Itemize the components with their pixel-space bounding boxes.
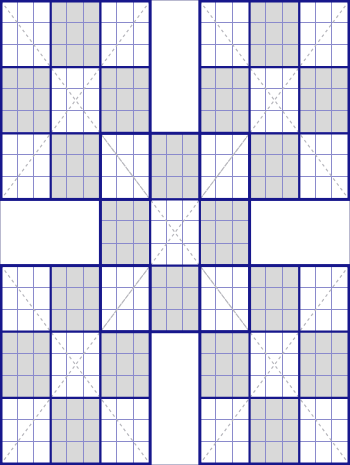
cell-r20c19[interactable] — [316, 442, 333, 464]
cell-r16c5[interactable] — [84, 354, 101, 376]
cell-r14c7[interactable] — [117, 310, 134, 332]
cell-r9c7[interactable] — [117, 199, 134, 221]
cell-r13c8[interactable] — [134, 288, 151, 310]
cell-r12c4[interactable] — [67, 266, 84, 288]
cell-r6c0[interactable] — [1, 133, 18, 155]
cell-r4c2[interactable] — [34, 89, 51, 111]
cell-r15c6[interactable] — [100, 332, 117, 354]
cell-r15c8[interactable] — [134, 332, 151, 354]
cell-r4c20[interactable] — [332, 89, 349, 111]
cell-r18c18[interactable] — [299, 398, 316, 420]
cell-r19c4[interactable] — [67, 420, 84, 442]
cell-r12c10[interactable] — [167, 266, 184, 288]
cell-r7c1[interactable] — [18, 155, 35, 177]
cell-r5c15[interactable] — [250, 111, 267, 133]
cell-r15c5[interactable] — [84, 332, 101, 354]
cell-r20c16[interactable] — [266, 442, 283, 464]
cell-r20c5[interactable] — [84, 442, 101, 464]
cell-r0c3[interactable] — [51, 1, 68, 23]
cell-r2c3[interactable] — [51, 45, 68, 67]
cell-r12c19[interactable] — [316, 266, 333, 288]
cell-r12c7[interactable] — [117, 266, 134, 288]
cell-r5c16[interactable] — [266, 111, 283, 133]
cell-r7c2[interactable] — [34, 155, 51, 177]
cell-r4c15[interactable] — [250, 89, 267, 111]
cell-r17c18[interactable] — [299, 376, 316, 398]
cell-r2c12[interactable] — [200, 45, 217, 67]
cell-r2c13[interactable] — [216, 45, 233, 67]
cell-r3c15[interactable] — [250, 67, 267, 89]
cell-r13c0[interactable] — [1, 288, 18, 310]
cell-r3c4[interactable] — [67, 67, 84, 89]
cell-r2c1[interactable] — [18, 45, 35, 67]
cell-r7c17[interactable] — [283, 155, 300, 177]
cell-r5c17[interactable] — [283, 111, 300, 133]
cell-r20c2[interactable] — [34, 442, 51, 464]
cell-r5c7[interactable] — [117, 111, 134, 133]
cell-r19c1[interactable] — [18, 420, 35, 442]
cell-r19c20[interactable] — [332, 420, 349, 442]
cell-r16c14[interactable] — [233, 354, 250, 376]
cell-r15c7[interactable] — [117, 332, 134, 354]
cell-r0c0[interactable] — [1, 1, 18, 23]
cell-r5c8[interactable] — [134, 111, 151, 133]
cell-r5c20[interactable] — [332, 111, 349, 133]
cell-r18c12[interactable] — [200, 398, 217, 420]
cell-r19c6[interactable] — [100, 420, 117, 442]
cell-r13c19[interactable] — [316, 288, 333, 310]
cell-r1c2[interactable] — [34, 23, 51, 45]
cell-r0c13[interactable] — [216, 1, 233, 23]
cell-r9c6[interactable] — [100, 199, 117, 221]
cell-r20c15[interactable] — [250, 442, 267, 464]
cell-r13c18[interactable] — [299, 288, 316, 310]
cell-r8c12[interactable] — [200, 177, 217, 199]
cell-r14c15[interactable] — [250, 310, 267, 332]
cell-r6c18[interactable] — [299, 133, 316, 155]
cell-r4c4[interactable] — [67, 89, 84, 111]
cell-r18c17[interactable] — [283, 398, 300, 420]
cell-r17c1[interactable] — [18, 376, 35, 398]
cell-r10c10[interactable] — [167, 221, 184, 243]
cell-r5c4[interactable] — [67, 111, 84, 133]
cell-r16c13[interactable] — [216, 354, 233, 376]
cell-r20c12[interactable] — [200, 442, 217, 464]
cell-r14c5[interactable] — [84, 310, 101, 332]
cell-r0c19[interactable] — [316, 1, 333, 23]
cell-r2c16[interactable] — [266, 45, 283, 67]
cell-r4c6[interactable] — [100, 89, 117, 111]
cell-r16c19[interactable] — [316, 354, 333, 376]
cell-r8c19[interactable] — [316, 177, 333, 199]
cell-r14c8[interactable] — [134, 310, 151, 332]
cell-r8c16[interactable] — [266, 177, 283, 199]
cell-r13c13[interactable] — [216, 288, 233, 310]
cell-r8c13[interactable] — [216, 177, 233, 199]
cell-r18c2[interactable] — [34, 398, 51, 420]
cell-r17c16[interactable] — [266, 376, 283, 398]
cell-r16c2[interactable] — [34, 354, 51, 376]
cell-r11c11[interactable] — [183, 244, 200, 266]
cell-r7c6[interactable] — [100, 155, 117, 177]
cell-r2c2[interactable] — [34, 45, 51, 67]
cell-r18c14[interactable] — [233, 398, 250, 420]
cell-r8c18[interactable] — [299, 177, 316, 199]
cell-r6c19[interactable] — [316, 133, 333, 155]
cell-r9c8[interactable] — [134, 199, 151, 221]
cell-r6c13[interactable] — [216, 133, 233, 155]
cell-r20c13[interactable] — [216, 442, 233, 464]
cell-r20c7[interactable] — [117, 442, 134, 464]
cell-r13c10[interactable] — [167, 288, 184, 310]
cell-r9c11[interactable] — [183, 199, 200, 221]
cell-r9c9[interactable] — [150, 199, 167, 221]
cell-r14c19[interactable] — [316, 310, 333, 332]
cell-r1c6[interactable] — [100, 23, 117, 45]
cell-r7c14[interactable] — [233, 155, 250, 177]
cell-r10c11[interactable] — [183, 221, 200, 243]
cell-r17c12[interactable] — [200, 376, 217, 398]
cell-r20c0[interactable] — [1, 442, 18, 464]
cell-r7c11[interactable] — [183, 155, 200, 177]
cell-r16c15[interactable] — [250, 354, 267, 376]
cell-r7c15[interactable] — [250, 155, 267, 177]
cell-r12c11[interactable] — [183, 266, 200, 288]
cell-r13c9[interactable] — [150, 288, 167, 310]
cell-r20c17[interactable] — [283, 442, 300, 464]
cell-r13c14[interactable] — [233, 288, 250, 310]
cell-r17c7[interactable] — [117, 376, 134, 398]
cell-r4c7[interactable] — [117, 89, 134, 111]
cell-r1c16[interactable] — [266, 23, 283, 45]
cell-r6c3[interactable] — [51, 133, 68, 155]
cell-r19c19[interactable] — [316, 420, 333, 442]
cell-r13c1[interactable] — [18, 288, 35, 310]
cell-r8c2[interactable] — [34, 177, 51, 199]
cell-r4c8[interactable] — [134, 89, 151, 111]
cell-r3c14[interactable] — [233, 67, 250, 89]
cell-r0c6[interactable] — [100, 1, 117, 23]
cell-r10c12[interactable] — [200, 221, 217, 243]
cell-r4c0[interactable] — [1, 89, 18, 111]
cell-r2c6[interactable] — [100, 45, 117, 67]
cell-r16c12[interactable] — [200, 354, 217, 376]
cell-r6c2[interactable] — [34, 133, 51, 155]
cell-r5c6[interactable] — [100, 111, 117, 133]
cell-r4c18[interactable] — [299, 89, 316, 111]
cell-r16c16[interactable] — [266, 354, 283, 376]
cell-r8c0[interactable] — [1, 177, 18, 199]
cell-r14c1[interactable] — [18, 310, 35, 332]
cell-r6c15[interactable] — [250, 133, 267, 155]
cell-r17c4[interactable] — [67, 376, 84, 398]
cell-r6c17[interactable] — [283, 133, 300, 155]
cell-r12c3[interactable] — [51, 266, 68, 288]
cell-r1c15[interactable] — [250, 23, 267, 45]
cell-r9c14[interactable] — [233, 199, 250, 221]
cell-r5c14[interactable] — [233, 111, 250, 133]
cell-r3c1[interactable] — [18, 67, 35, 89]
cell-r7c16[interactable] — [266, 155, 283, 177]
cell-r8c15[interactable] — [250, 177, 267, 199]
cell-r8c10[interactable] — [167, 177, 184, 199]
cell-r19c3[interactable] — [51, 420, 68, 442]
cell-r3c0[interactable] — [1, 67, 18, 89]
cell-r0c7[interactable] — [117, 1, 134, 23]
cell-r14c10[interactable] — [167, 310, 184, 332]
cell-r5c1[interactable] — [18, 111, 35, 133]
cell-r7c8[interactable] — [134, 155, 151, 177]
cell-r15c14[interactable] — [233, 332, 250, 354]
cell-r0c1[interactable] — [18, 1, 35, 23]
cell-r17c14[interactable] — [233, 376, 250, 398]
cell-r12c1[interactable] — [18, 266, 35, 288]
cell-r18c6[interactable] — [100, 398, 117, 420]
cell-r15c12[interactable] — [200, 332, 217, 354]
cell-r15c17[interactable] — [283, 332, 300, 354]
cell-r17c5[interactable] — [84, 376, 101, 398]
cell-r11c13[interactable] — [216, 244, 233, 266]
cell-r9c12[interactable] — [200, 199, 217, 221]
cell-r3c16[interactable] — [266, 67, 283, 89]
cell-r7c19[interactable] — [316, 155, 333, 177]
cell-r13c16[interactable] — [266, 288, 283, 310]
cell-r2c15[interactable] — [250, 45, 267, 67]
cell-r8c7[interactable] — [117, 177, 134, 199]
cell-r6c16[interactable] — [266, 133, 283, 155]
cell-r20c14[interactable] — [233, 442, 250, 464]
cell-r12c13[interactable] — [216, 266, 233, 288]
cell-r8c3[interactable] — [51, 177, 68, 199]
cell-r1c14[interactable] — [233, 23, 250, 45]
cell-r19c2[interactable] — [34, 420, 51, 442]
cell-r1c7[interactable] — [117, 23, 134, 45]
cell-r14c0[interactable] — [1, 310, 18, 332]
cell-r2c20[interactable] — [332, 45, 349, 67]
cell-r20c3[interactable] — [51, 442, 68, 464]
cell-r13c12[interactable] — [200, 288, 217, 310]
cell-r0c8[interactable] — [134, 1, 151, 23]
cell-r12c6[interactable] — [100, 266, 117, 288]
cell-r16c6[interactable] — [100, 354, 117, 376]
cell-r14c20[interactable] — [332, 310, 349, 332]
cell-r4c14[interactable] — [233, 89, 250, 111]
cell-r3c20[interactable] — [332, 67, 349, 89]
cell-r3c7[interactable] — [117, 67, 134, 89]
cell-r19c0[interactable] — [1, 420, 18, 442]
cell-r0c17[interactable] — [283, 1, 300, 23]
cell-r10c7[interactable] — [117, 221, 134, 243]
cell-r12c14[interactable] — [233, 266, 250, 288]
cell-r19c18[interactable] — [299, 420, 316, 442]
cell-r18c19[interactable] — [316, 398, 333, 420]
cell-r13c3[interactable] — [51, 288, 68, 310]
cell-r12c9[interactable] — [150, 266, 167, 288]
cell-r16c20[interactable] — [332, 354, 349, 376]
cell-r11c10[interactable] — [167, 244, 184, 266]
cell-r16c4[interactable] — [67, 354, 84, 376]
cell-r15c15[interactable] — [250, 332, 267, 354]
cell-r5c13[interactable] — [216, 111, 233, 133]
cell-r17c6[interactable] — [100, 376, 117, 398]
cell-r17c19[interactable] — [316, 376, 333, 398]
cell-r8c4[interactable] — [67, 177, 84, 199]
cell-r7c12[interactable] — [200, 155, 217, 177]
cell-r12c17[interactable] — [283, 266, 300, 288]
cell-r0c20[interactable] — [332, 1, 349, 23]
cell-r13c11[interactable] — [183, 288, 200, 310]
cell-r18c0[interactable] — [1, 398, 18, 420]
cell-r3c8[interactable] — [134, 67, 151, 89]
cell-r6c4[interactable] — [67, 133, 84, 155]
cell-r19c14[interactable] — [233, 420, 250, 442]
cell-r7c0[interactable] — [1, 155, 18, 177]
cell-r18c1[interactable] — [18, 398, 35, 420]
cell-r4c12[interactable] — [200, 89, 217, 111]
cell-r3c19[interactable] — [316, 67, 333, 89]
cell-r0c15[interactable] — [250, 1, 267, 23]
cell-r13c6[interactable] — [100, 288, 117, 310]
cell-r14c9[interactable] — [150, 310, 167, 332]
cell-r18c5[interactable] — [84, 398, 101, 420]
cell-r15c16[interactable] — [266, 332, 283, 354]
cell-r13c4[interactable] — [67, 288, 84, 310]
cell-r20c1[interactable] — [18, 442, 35, 464]
cell-r17c3[interactable] — [51, 376, 68, 398]
cell-r15c2[interactable] — [34, 332, 51, 354]
cell-r5c3[interactable] — [51, 111, 68, 133]
cell-r4c13[interactable] — [216, 89, 233, 111]
cell-r11c12[interactable] — [200, 244, 217, 266]
cell-r20c20[interactable] — [332, 442, 349, 464]
cell-r6c10[interactable] — [167, 133, 184, 155]
cell-r1c12[interactable] — [200, 23, 217, 45]
cell-r14c3[interactable] — [51, 310, 68, 332]
cell-r6c1[interactable] — [18, 133, 35, 155]
cell-r12c0[interactable] — [1, 266, 18, 288]
cell-r14c18[interactable] — [299, 310, 316, 332]
cell-r1c4[interactable] — [67, 23, 84, 45]
cell-r20c18[interactable] — [299, 442, 316, 464]
cell-r13c20[interactable] — [332, 288, 349, 310]
cell-r12c15[interactable] — [250, 266, 267, 288]
cell-r16c17[interactable] — [283, 354, 300, 376]
cell-r1c3[interactable] — [51, 23, 68, 45]
cell-r8c17[interactable] — [283, 177, 300, 199]
cell-r5c5[interactable] — [84, 111, 101, 133]
cell-r19c15[interactable] — [250, 420, 267, 442]
cell-r10c8[interactable] — [134, 221, 151, 243]
cell-r6c8[interactable] — [134, 133, 151, 155]
cell-r17c13[interactable] — [216, 376, 233, 398]
cell-r9c13[interactable] — [216, 199, 233, 221]
cell-r17c8[interactable] — [134, 376, 151, 398]
cell-r16c8[interactable] — [134, 354, 151, 376]
cell-r6c7[interactable] — [117, 133, 134, 155]
cell-r14c11[interactable] — [183, 310, 200, 332]
cell-r6c9[interactable] — [150, 133, 167, 155]
cell-r4c17[interactable] — [283, 89, 300, 111]
cell-r6c20[interactable] — [332, 133, 349, 155]
cell-r13c7[interactable] — [117, 288, 134, 310]
cell-r3c2[interactable] — [34, 67, 51, 89]
cell-r12c5[interactable] — [84, 266, 101, 288]
cell-r12c12[interactable] — [200, 266, 217, 288]
cell-r15c4[interactable] — [67, 332, 84, 354]
cell-r8c11[interactable] — [183, 177, 200, 199]
cell-r10c9[interactable] — [150, 221, 167, 243]
cell-r0c2[interactable] — [34, 1, 51, 23]
cell-r11c8[interactable] — [134, 244, 151, 266]
cell-r4c5[interactable] — [84, 89, 101, 111]
cell-r11c6[interactable] — [100, 244, 117, 266]
cell-r1c20[interactable] — [332, 23, 349, 45]
cell-r8c5[interactable] — [84, 177, 101, 199]
cell-r18c8[interactable] — [134, 398, 151, 420]
cell-r8c1[interactable] — [18, 177, 35, 199]
cell-r5c18[interactable] — [299, 111, 316, 133]
cell-r14c14[interactable] — [233, 310, 250, 332]
cell-r5c12[interactable] — [200, 111, 217, 133]
cell-r4c3[interactable] — [51, 89, 68, 111]
cell-r11c7[interactable] — [117, 244, 134, 266]
cell-r1c0[interactable] — [1, 23, 18, 45]
cell-r20c4[interactable] — [67, 442, 84, 464]
cell-r15c3[interactable] — [51, 332, 68, 354]
cell-r18c16[interactable] — [266, 398, 283, 420]
cell-r15c1[interactable] — [18, 332, 35, 354]
cell-r15c13[interactable] — [216, 332, 233, 354]
cell-r14c6[interactable] — [100, 310, 117, 332]
cell-r8c9[interactable] — [150, 177, 167, 199]
cell-r2c17[interactable] — [283, 45, 300, 67]
cell-r2c18[interactable] — [299, 45, 316, 67]
cell-r7c20[interactable] — [332, 155, 349, 177]
cell-r2c0[interactable] — [1, 45, 18, 67]
cell-r8c8[interactable] — [134, 177, 151, 199]
cell-r1c5[interactable] — [84, 23, 101, 45]
cell-r12c8[interactable] — [134, 266, 151, 288]
cell-r17c15[interactable] — [250, 376, 267, 398]
cell-r3c18[interactable] — [299, 67, 316, 89]
cell-r11c14[interactable] — [233, 244, 250, 266]
cell-r6c12[interactable] — [200, 133, 217, 155]
cell-r0c4[interactable] — [67, 1, 84, 23]
cell-r17c0[interactable] — [1, 376, 18, 398]
cell-r1c8[interactable] — [134, 23, 151, 45]
cell-r13c17[interactable] — [283, 288, 300, 310]
cell-r19c8[interactable] — [134, 420, 151, 442]
cell-r5c2[interactable] — [34, 111, 51, 133]
cell-r10c13[interactable] — [216, 221, 233, 243]
cell-r2c7[interactable] — [117, 45, 134, 67]
cell-r19c7[interactable] — [117, 420, 134, 442]
cell-r7c7[interactable] — [117, 155, 134, 177]
cell-r7c4[interactable] — [67, 155, 84, 177]
cell-r15c20[interactable] — [332, 332, 349, 354]
cell-r8c14[interactable] — [233, 177, 250, 199]
cell-r16c0[interactable] — [1, 354, 18, 376]
cell-r19c16[interactable] — [266, 420, 283, 442]
cell-r18c20[interactable] — [332, 398, 349, 420]
cell-r8c20[interactable] — [332, 177, 349, 199]
cell-r14c4[interactable] — [67, 310, 84, 332]
cell-r7c10[interactable] — [167, 155, 184, 177]
cell-r19c17[interactable] — [283, 420, 300, 442]
cell-r6c14[interactable] — [233, 133, 250, 155]
cell-r14c12[interactable] — [200, 310, 217, 332]
cell-r13c5[interactable] — [84, 288, 101, 310]
